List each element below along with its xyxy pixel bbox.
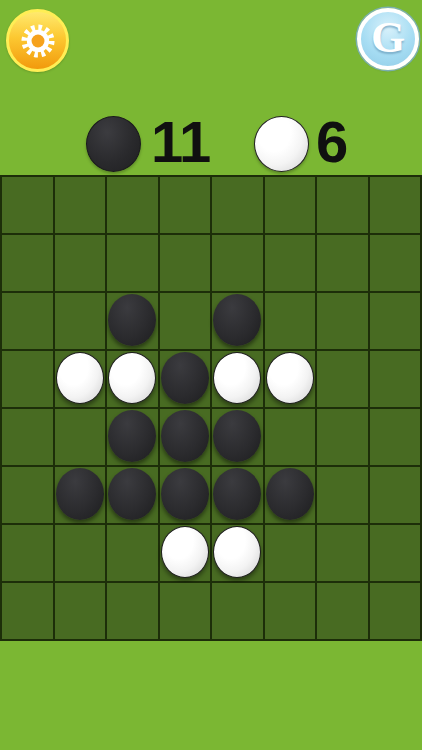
board-cell-f1[interactable] [265, 177, 316, 233]
black-disc [213, 294, 261, 346]
board-cell-f3[interactable] [265, 293, 316, 349]
board-cell-g5[interactable] [317, 409, 368, 465]
board-cell-a6[interactable] [2, 467, 53, 523]
board-cell-h1[interactable] [370, 177, 421, 233]
white-disc [213, 526, 261, 578]
board-cell-b2[interactable] [55, 235, 106, 291]
board-cell-a7[interactable] [2, 525, 53, 581]
black-disc [266, 468, 314, 520]
board-cell-b4[interactable] [55, 351, 106, 407]
board-cell-e3[interactable] [212, 293, 263, 349]
black-disc [213, 410, 261, 462]
board-cell-b6[interactable] [55, 467, 106, 523]
board-cell-a1[interactable] [2, 177, 53, 233]
board-cell-h7[interactable] [370, 525, 421, 581]
white-disc-icon [254, 116, 309, 172]
board-cell-c6[interactable] [107, 467, 158, 523]
board-cell-d4[interactable] [160, 351, 211, 407]
game-center-g-label: G [371, 16, 405, 60]
black-disc [161, 352, 209, 404]
board-cell-d3[interactable] [160, 293, 211, 349]
black-score: 11 [86, 116, 210, 171]
white-disc [108, 352, 156, 404]
board-cell-e4[interactable] [212, 351, 263, 407]
board-cell-a2[interactable] [2, 235, 53, 291]
board-cell-b3[interactable] [55, 293, 106, 349]
black-count-label: 11 [151, 113, 210, 171]
white-disc [213, 352, 261, 404]
board-cell-g4[interactable] [317, 351, 368, 407]
board-cell-d7[interactable] [160, 525, 211, 581]
board-cell-g3[interactable] [317, 293, 368, 349]
board-cell-g8[interactable] [317, 583, 368, 639]
board-cell-h5[interactable] [370, 409, 421, 465]
board-cell-d2[interactable] [160, 235, 211, 291]
white-count-label: 6 [316, 113, 347, 171]
board-cell-b7[interactable] [55, 525, 106, 581]
othello-app: G 11 6 [0, 0, 422, 750]
board-cell-e5[interactable] [212, 409, 263, 465]
board-cell-c1[interactable] [107, 177, 158, 233]
board-cell-f8[interactable] [265, 583, 316, 639]
board-cell-b1[interactable] [55, 177, 106, 233]
board-cell-c4[interactable] [107, 351, 158, 407]
board-cell-e7[interactable] [212, 525, 263, 581]
board-cell-d1[interactable] [160, 177, 211, 233]
board-cell-h4[interactable] [370, 351, 421, 407]
board-cell-g7[interactable] [317, 525, 368, 581]
board-cell-e1[interactable] [212, 177, 263, 233]
board-cell-h8[interactable] [370, 583, 421, 639]
black-disc [108, 410, 156, 462]
game-center-button[interactable]: G [357, 8, 419, 70]
board-cell-a3[interactable] [2, 293, 53, 349]
board-cell-e2[interactable] [212, 235, 263, 291]
board-cell-c8[interactable] [107, 583, 158, 639]
board-cell-h2[interactable] [370, 235, 421, 291]
black-disc [161, 468, 209, 520]
board-cell-g2[interactable] [317, 235, 368, 291]
board-cell-c5[interactable] [107, 409, 158, 465]
board-cell-e8[interactable] [212, 583, 263, 639]
board-cell-a5[interactable] [2, 409, 53, 465]
board-cell-b5[interactable] [55, 409, 106, 465]
board-cell-g6[interactable] [317, 467, 368, 523]
board-cell-d5[interactable] [160, 409, 211, 465]
board-cell-c3[interactable] [107, 293, 158, 349]
white-disc [266, 352, 314, 404]
board-cell-d8[interactable] [160, 583, 211, 639]
board-cell-f6[interactable] [265, 467, 316, 523]
board-cell-h6[interactable] [370, 467, 421, 523]
gear-icon [15, 18, 61, 64]
black-disc [108, 468, 156, 520]
black-disc-icon [86, 116, 141, 172]
white-disc [56, 352, 104, 404]
black-disc [56, 468, 104, 520]
othello-board [0, 175, 422, 641]
board-cell-e6[interactable] [212, 467, 263, 523]
black-disc [213, 468, 261, 520]
board-cell-d6[interactable] [160, 467, 211, 523]
white-disc [161, 526, 209, 578]
black-disc [108, 294, 156, 346]
board-cell-f7[interactable] [265, 525, 316, 581]
board-cell-a8[interactable] [2, 583, 53, 639]
black-disc [161, 410, 209, 462]
board-cell-h3[interactable] [370, 293, 421, 349]
board-cell-c7[interactable] [107, 525, 158, 581]
board-cell-b8[interactable] [55, 583, 106, 639]
board-cell-a4[interactable] [2, 351, 53, 407]
settings-button[interactable] [6, 9, 69, 72]
board-cell-f4[interactable] [265, 351, 316, 407]
board-cell-f2[interactable] [265, 235, 316, 291]
board-cell-g1[interactable] [317, 177, 368, 233]
board-cell-f5[interactable] [265, 409, 316, 465]
board-cell-c2[interactable] [107, 235, 158, 291]
white-score: 6 [254, 116, 347, 171]
